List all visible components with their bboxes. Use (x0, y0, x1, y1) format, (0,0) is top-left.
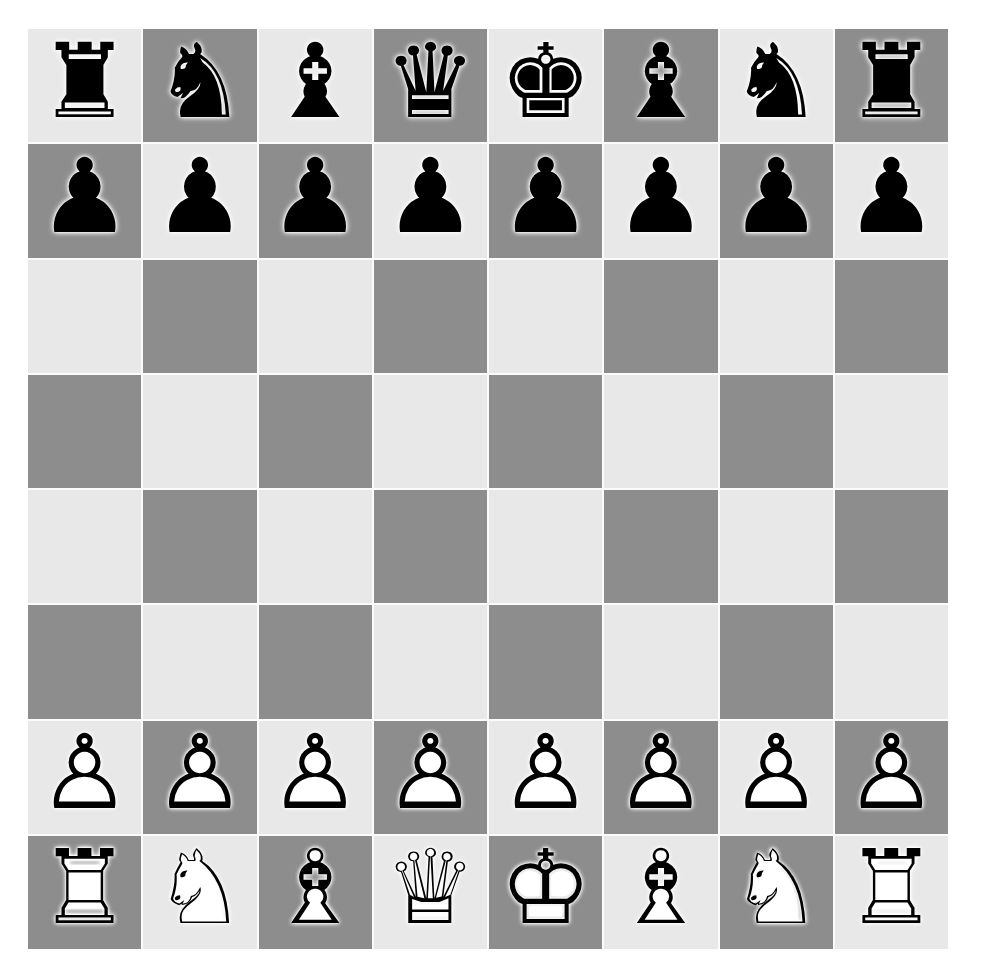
white-rook-outline-icon: ♖ (38, 837, 130, 940)
black-pawn-icon: ♟ (384, 145, 476, 248)
square-e2[interactable]: ♟♙ (489, 721, 602, 834)
square-e1[interactable]: ♚♔ (489, 836, 602, 949)
square-e8[interactable]: ♚ (489, 29, 602, 142)
white-queen-outline-icon: ♕ (384, 837, 476, 940)
white-queen[interactable]: ♛♕ (374, 836, 487, 949)
square-f4[interactable] (604, 490, 717, 603)
white-rook[interactable]: ♜♖ (835, 836, 948, 949)
black-pawn[interactable]: ♟ (143, 144, 256, 257)
square-a1[interactable]: ♜♖ (28, 836, 141, 949)
square-h5[interactable] (835, 375, 948, 488)
white-knight[interactable]: ♞♘ (143, 836, 256, 949)
white-king-outline-icon: ♔ (499, 837, 591, 940)
square-b7[interactable]: ♟ (143, 144, 256, 257)
black-pawn[interactable]: ♟ (604, 144, 717, 257)
black-pawn-icon: ♟ (730, 145, 822, 248)
black-pawn[interactable]: ♟ (28, 144, 141, 257)
square-g6[interactable] (720, 260, 833, 373)
white-pawn[interactable]: ♟♙ (604, 721, 717, 834)
square-a5[interactable] (28, 375, 141, 488)
black-king[interactable]: ♚ (489, 29, 602, 142)
black-pawn[interactable]: ♟ (489, 144, 602, 257)
white-bishop-outline-icon: ♗ (269, 837, 361, 940)
chess-board: ♜♞♝♛♚♝♞♜♟♟♟♟♟♟♟♟♟♙♟♙♟♙♟♙♟♙♟♙♟♙♟♙♜♖♞♘♝♗♛♕… (28, 29, 948, 949)
square-c2[interactable]: ♟♙ (259, 721, 372, 834)
white-knight[interactable]: ♞♘ (720, 836, 833, 949)
square-f5[interactable] (604, 375, 717, 488)
square-b6[interactable] (143, 260, 256, 373)
square-d1[interactable]: ♛♕ (374, 836, 487, 949)
white-pawn-outline-icon: ♙ (384, 722, 476, 825)
black-pawn-icon: ♟ (499, 145, 591, 248)
black-pawn[interactable]: ♟ (720, 144, 833, 257)
black-pawn-icon: ♟ (615, 145, 707, 248)
square-f8[interactable]: ♝ (604, 29, 717, 142)
square-h1[interactable]: ♜♖ (835, 836, 948, 949)
white-pawn[interactable]: ♟♙ (143, 721, 256, 834)
square-h4[interactable] (835, 490, 948, 603)
square-d7[interactable]: ♟ (374, 144, 487, 257)
white-pawn[interactable]: ♟♙ (28, 721, 141, 834)
square-b3[interactable] (143, 605, 256, 718)
black-knight-icon: ♞ (154, 30, 246, 133)
black-pawn-icon: ♟ (154, 145, 246, 248)
black-queen[interactable]: ♛ (374, 29, 487, 142)
white-rook[interactable]: ♜♖ (28, 836, 141, 949)
square-b8[interactable]: ♞ (143, 29, 256, 142)
square-a6[interactable] (28, 260, 141, 373)
white-bishop[interactable]: ♝♗ (604, 836, 717, 949)
square-c7[interactable]: ♟ (259, 144, 372, 257)
square-b5[interactable] (143, 375, 256, 488)
square-c6[interactable] (259, 260, 372, 373)
white-pawn-outline-icon: ♙ (730, 722, 822, 825)
square-c3[interactable] (259, 605, 372, 718)
square-a2[interactable]: ♟♙ (28, 721, 141, 834)
black-knight[interactable]: ♞ (143, 29, 256, 142)
square-f6[interactable] (604, 260, 717, 373)
square-g2[interactable]: ♟♙ (720, 721, 833, 834)
square-a3[interactable] (28, 605, 141, 718)
square-e4[interactable] (489, 490, 602, 603)
white-pawn-outline-icon: ♙ (269, 722, 361, 825)
square-a4[interactable] (28, 490, 141, 603)
square-h8[interactable]: ♜ (835, 29, 948, 142)
square-h7[interactable]: ♟ (835, 144, 948, 257)
white-pawn[interactable]: ♟♙ (489, 721, 602, 834)
square-e6[interactable] (489, 260, 602, 373)
square-d3[interactable] (374, 605, 487, 718)
square-c4[interactable] (259, 490, 372, 603)
square-c5[interactable] (259, 375, 372, 488)
square-a7[interactable]: ♟ (28, 144, 141, 257)
square-g7[interactable]: ♟ (720, 144, 833, 257)
square-d2[interactable]: ♟♙ (374, 721, 487, 834)
square-e5[interactable] (489, 375, 602, 488)
black-bishop-icon: ♝ (269, 30, 361, 133)
black-rook-icon: ♜ (38, 30, 130, 133)
black-pawn-icon: ♟ (38, 145, 130, 248)
white-knight-outline-icon: ♘ (730, 837, 822, 940)
white-pawn-outline-icon: ♙ (615, 722, 707, 825)
square-g4[interactable] (720, 490, 833, 603)
square-h2[interactable]: ♟♙ (835, 721, 948, 834)
square-c8[interactable]: ♝ (259, 29, 372, 142)
black-pawn-icon: ♟ (269, 145, 361, 248)
square-g1[interactable]: ♞♘ (720, 836, 833, 949)
white-bishop[interactable]: ♝♗ (259, 836, 372, 949)
black-pawn[interactable]: ♟ (374, 144, 487, 257)
square-b2[interactable]: ♟♙ (143, 721, 256, 834)
black-bishop[interactable]: ♝ (259, 29, 372, 142)
white-pawn-outline-icon: ♙ (499, 722, 591, 825)
square-e7[interactable]: ♟ (489, 144, 602, 257)
black-pawn[interactable]: ♟ (835, 144, 948, 257)
white-knight-outline-icon: ♘ (154, 837, 246, 940)
black-bishop[interactable]: ♝ (604, 29, 717, 142)
chess-board-container: ♜♞♝♛♚♝♞♜♟♟♟♟♟♟♟♟♟♙♟♙♟♙♟♙♟♙♟♙♟♙♟♙♜♖♞♘♝♗♛♕… (28, 29, 948, 949)
white-pawn-outline-icon: ♙ (845, 722, 937, 825)
black-king-icon: ♚ (499, 30, 591, 133)
black-pawn[interactable]: ♟ (259, 144, 372, 257)
black-knight-icon: ♞ (730, 30, 822, 133)
white-rook-outline-icon: ♖ (845, 837, 937, 940)
black-knight[interactable]: ♞ (720, 29, 833, 142)
square-f3[interactable] (604, 605, 717, 718)
white-pawn[interactable]: ♟♙ (374, 721, 487, 834)
square-c1[interactable]: ♝♗ (259, 836, 372, 949)
white-pawn-outline-icon: ♙ (154, 722, 246, 825)
square-d5[interactable] (374, 375, 487, 488)
square-g5[interactable] (720, 375, 833, 488)
square-a8[interactable]: ♜ (28, 29, 141, 142)
square-g8[interactable]: ♞ (720, 29, 833, 142)
square-d4[interactable] (374, 490, 487, 603)
white-pawn[interactable]: ♟♙ (259, 721, 372, 834)
black-rook-icon: ♜ (845, 30, 937, 133)
square-h3[interactable] (835, 605, 948, 718)
white-pawn[interactable]: ♟♙ (835, 721, 948, 834)
black-rook[interactable]: ♜ (835, 29, 948, 142)
square-d6[interactable] (374, 260, 487, 373)
square-d8[interactable]: ♛ (374, 29, 487, 142)
square-e3[interactable] (489, 605, 602, 718)
square-b4[interactable] (143, 490, 256, 603)
square-f7[interactable]: ♟ (604, 144, 717, 257)
square-f1[interactable]: ♝♗ (604, 836, 717, 949)
square-g3[interactable] (720, 605, 833, 718)
black-pawn-icon: ♟ (845, 145, 937, 248)
black-bishop-icon: ♝ (615, 30, 707, 133)
square-b1[interactable]: ♞♘ (143, 836, 256, 949)
white-pawn-outline-icon: ♙ (38, 722, 130, 825)
black-queen-icon: ♛ (384, 30, 476, 133)
square-f2[interactable]: ♟♙ (604, 721, 717, 834)
white-pawn[interactable]: ♟♙ (720, 721, 833, 834)
white-bishop-outline-icon: ♗ (615, 837, 707, 940)
white-king[interactable]: ♚♔ (489, 836, 602, 949)
black-rook[interactable]: ♜ (28, 29, 141, 142)
square-h6[interactable] (835, 260, 948, 373)
